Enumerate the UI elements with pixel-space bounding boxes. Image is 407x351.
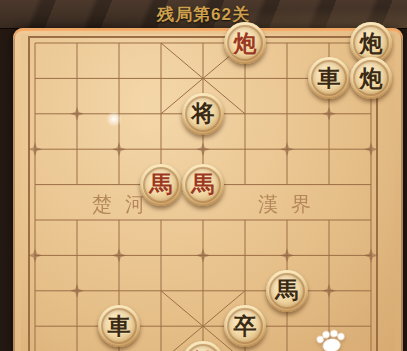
piece-character: 馬 <box>140 164 182 206</box>
piece-black-chariot[interactable]: 車 <box>308 57 350 99</box>
sparkle-effect <box>106 111 122 127</box>
piece-character: 炮 <box>350 57 392 99</box>
piece-character: 帥 <box>182 341 224 351</box>
piece-black-cannon[interactable]: 炮 <box>350 57 392 99</box>
piece-character: 車 <box>308 57 350 99</box>
piece-character: 炮 <box>224 22 266 64</box>
xiangqi-endgame-screen: 残局第62关 <box>0 0 407 351</box>
piece-black-soldier[interactable]: 卒 <box>224 305 266 347</box>
piece-black-chariot[interactable]: 車 <box>98 305 140 347</box>
piece-character: 将 <box>182 93 224 135</box>
title-bar: 残局第62关 <box>0 0 407 28</box>
paw-cursor-icon <box>313 326 348 351</box>
piece-black-general[interactable]: 将 <box>182 93 224 135</box>
piece-character: 馬 <box>266 270 308 312</box>
piece-red-cannon[interactable]: 炮 <box>224 22 266 64</box>
page-title: 残局第62关 <box>0 3 407 26</box>
piece-red-horse[interactable]: 馬 <box>182 164 224 206</box>
piece-red-horse[interactable]: 馬 <box>140 164 182 206</box>
piece-red-general[interactable]: 帥 <box>182 341 224 351</box>
piece-character: 車 <box>98 305 140 347</box>
piece-character: 卒 <box>224 305 266 347</box>
piece-character: 馬 <box>182 164 224 206</box>
piece-black-horse[interactable]: 馬 <box>266 270 308 312</box>
